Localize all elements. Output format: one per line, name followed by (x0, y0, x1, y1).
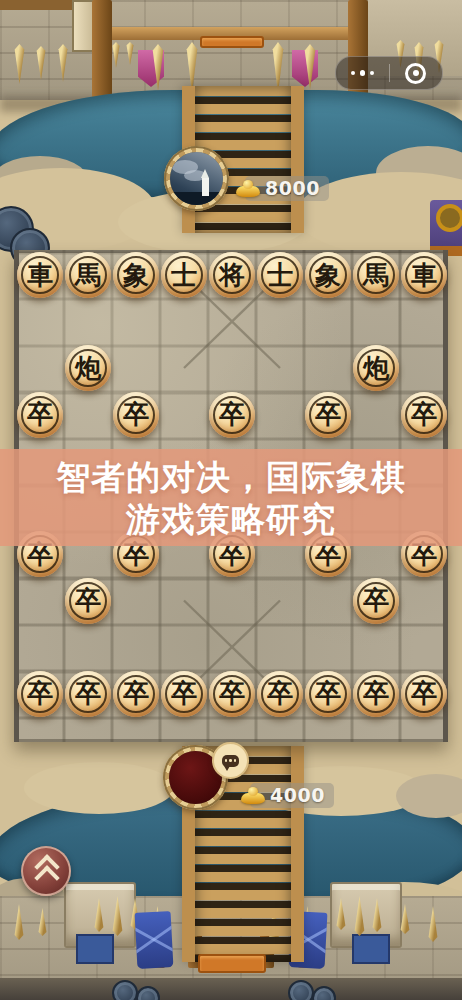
piece-character: 将 (209, 252, 255, 298)
opponent-avatar[interactable] (164, 146, 229, 211)
piece-character: 車 (401, 252, 447, 298)
piece-character: 象 (113, 252, 159, 298)
exit-button[interactable] (390, 57, 443, 89)
xiangqi-piece-卒[interactable]: 卒 (401, 392, 447, 438)
xiangqi-piece-炮[interactable]: 炮 (353, 345, 399, 391)
piece-character: 卒 (401, 392, 447, 438)
more-dots-icon (370, 71, 374, 75)
shore-sand (24, 762, 174, 814)
orange-mat (198, 954, 266, 973)
xiangqi-piece-卒[interactable]: 卒 (161, 671, 207, 717)
piece-character: 卒 (353, 671, 399, 717)
piece-character: 士 (257, 252, 303, 298)
piece-character: 卒 (209, 671, 255, 717)
xiangqi-piece-卒[interactable]: 卒 (17, 671, 63, 717)
article-title-overlay: 智者的对决，国际象棋 游戏策略研究 (0, 449, 462, 546)
xiangqi-piece-卒[interactable]: 卒 (209, 671, 255, 717)
piece-character: 卒 (113, 392, 159, 438)
xiangqi-piece-卒[interactable]: 卒 (113, 392, 159, 438)
collapse-button[interactable] (21, 846, 71, 896)
piece-character: 卒 (161, 671, 207, 717)
top-scene (0, 0, 462, 256)
opponent-coin-badge: 8000 (236, 176, 329, 201)
piece-character: 卒 (209, 392, 255, 438)
speech-bubble-icon (222, 755, 239, 767)
gold-swirl-icon (436, 204, 462, 232)
gold-ingot-icon (236, 180, 260, 197)
xiangqi-piece-卒[interactable]: 卒 (353, 671, 399, 717)
blue-window (76, 934, 114, 964)
avatar-tower (202, 178, 209, 196)
piece-character: 炮 (353, 345, 399, 391)
piece-character: 馬 (353, 252, 399, 298)
xiangqi-piece-卒[interactable]: 卒 (209, 392, 255, 438)
player-coin-badge: 4000 (241, 783, 334, 808)
xiangqi-piece-馬[interactable]: 馬 (65, 252, 111, 298)
piece-character: 卒 (353, 578, 399, 624)
piece-character: 卒 (257, 671, 303, 717)
xiangqi-piece-卒[interactable]: 卒 (257, 671, 303, 717)
piece-character: 卒 (305, 671, 351, 717)
xiangqi-piece-卒[interactable]: 卒 (65, 671, 111, 717)
xiangqi-piece-卒[interactable]: 卒 (113, 671, 159, 717)
opponent-avatar-image (170, 152, 223, 205)
more-dots-icon (360, 70, 366, 76)
xiangqi-piece-卒[interactable]: 卒 (353, 578, 399, 624)
xiangqi-piece-卒[interactable]: 卒 (305, 392, 351, 438)
piece-character: 卒 (65, 578, 111, 624)
piece-character: 車 (17, 252, 63, 298)
xiangqi-piece-馬[interactable]: 馬 (353, 252, 399, 298)
xiangqi-piece-車[interactable]: 車 (17, 252, 63, 298)
blue-banner-flag (135, 911, 174, 969)
game-screen: 車馬象士将士象馬車炮炮卒卒卒卒卒卒卒卒卒卒卒卒卒卒卒卒卒卒卒卒卒 智者的对决，国… (0, 0, 462, 1000)
piece-character: 炮 (65, 345, 111, 391)
xiangqi-piece-卒[interactable]: 卒 (401, 671, 447, 717)
gate-lintel (200, 36, 264, 48)
shield-decoration (288, 980, 314, 1000)
piece-character: 卒 (17, 671, 63, 717)
xiangqi-piece-象[interactable]: 象 (305, 252, 351, 298)
xiangqi-piece-卒[interactable]: 卒 (17, 392, 63, 438)
xiangqi-piece-車[interactable]: 車 (401, 252, 447, 298)
xiangqi-piece-卒[interactable]: 卒 (65, 578, 111, 624)
circle-target-icon (405, 63, 426, 84)
more-dots-icon (351, 71, 355, 75)
blue-window (352, 934, 390, 964)
piece-character: 象 (305, 252, 351, 298)
piece-character: 卒 (65, 671, 111, 717)
miniprogram-capsule (335, 56, 443, 90)
piece-character: 卒 (17, 392, 63, 438)
xiangqi-piece-炮[interactable]: 炮 (65, 345, 111, 391)
piece-character: 卒 (401, 671, 447, 717)
piece-character: 馬 (65, 252, 111, 298)
title-line-2: 游戏策略研究 (126, 498, 336, 540)
piece-character: 卒 (113, 671, 159, 717)
xiangqi-piece-士[interactable]: 士 (257, 252, 303, 298)
xiangqi-piece-象[interactable]: 象 (113, 252, 159, 298)
gold-ingot-icon (241, 787, 265, 804)
xiangqi-piece-将[interactable]: 将 (209, 252, 255, 298)
shield-decoration (112, 980, 138, 1000)
bottom-dark-strip (0, 978, 462, 1000)
xiangqi-piece-卒[interactable]: 卒 (305, 671, 351, 717)
piece-character: 士 (161, 252, 207, 298)
more-menu-button[interactable] (336, 57, 389, 89)
avatar-skyline (170, 192, 223, 205)
xiangqi-piece-士[interactable]: 士 (161, 252, 207, 298)
title-line-1: 智者的对决，国际象棋 (56, 456, 406, 498)
chat-button[interactable] (212, 742, 249, 779)
piece-character: 卒 (305, 392, 351, 438)
